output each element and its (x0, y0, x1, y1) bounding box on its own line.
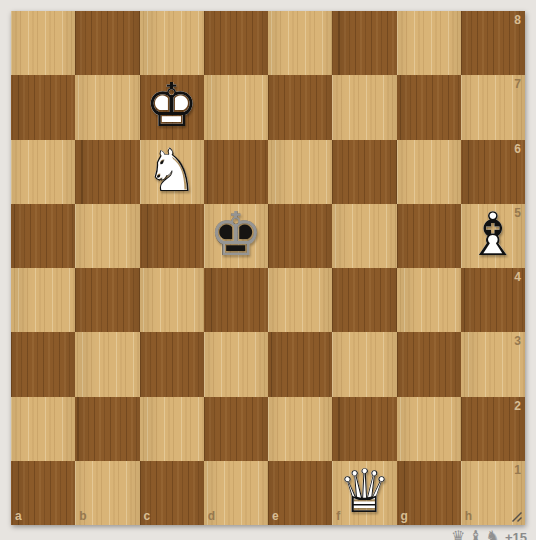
square-g1[interactable]: g (397, 461, 461, 525)
square-f7[interactable] (332, 75, 396, 139)
material-advantage-label: +15 (505, 529, 527, 540)
file-label-c: c (144, 510, 151, 522)
white-king-piece[interactable]: ♚♔ (140, 75, 204, 139)
square-c6[interactable]: ♞♘ (140, 140, 204, 204)
square-h5[interactable]: 5♝♗ (461, 204, 525, 268)
square-f8[interactable] (332, 11, 396, 75)
board-resize-handle-icon[interactable] (511, 511, 523, 523)
square-e6[interactable] (268, 140, 332, 204)
square-b2[interactable] (75, 397, 139, 461)
captured-queen-icon: ♛ (451, 529, 465, 540)
square-a7[interactable] (11, 75, 75, 139)
square-e1[interactable]: e (268, 461, 332, 525)
square-d3[interactable] (204, 332, 268, 396)
file-label-a: a (15, 510, 22, 522)
square-a1[interactable]: a (11, 461, 75, 525)
square-h6[interactable]: 6 (461, 140, 525, 204)
rank-label-3: 3 (514, 335, 521, 347)
captured-bishop-icon: ♝ (468, 529, 482, 540)
square-c4[interactable] (140, 268, 204, 332)
square-g8[interactable] (397, 11, 461, 75)
square-d4[interactable] (204, 268, 268, 332)
square-f3[interactable] (332, 332, 396, 396)
square-g4[interactable] (397, 268, 461, 332)
square-a2[interactable] (11, 397, 75, 461)
file-label-g: g (401, 510, 408, 522)
square-c8[interactable] (140, 11, 204, 75)
square-h4[interactable]: 4 (461, 268, 525, 332)
square-c5[interactable] (140, 204, 204, 268)
rank-label-1: 1 (514, 464, 521, 476)
square-e2[interactable] (268, 397, 332, 461)
square-b5[interactable] (75, 204, 139, 268)
square-h2[interactable]: 2 (461, 397, 525, 461)
file-label-e: e (272, 510, 279, 522)
page: 8♚♔7♞♘6♚♔5♝♗432abcdef♛♕gh1 ♛♝♞+15 (0, 0, 536, 540)
file-label-h: h (465, 510, 472, 522)
square-e3[interactable] (268, 332, 332, 396)
square-h8[interactable]: 8 (461, 11, 525, 75)
square-e5[interactable] (268, 204, 332, 268)
square-b3[interactable] (75, 332, 139, 396)
square-g5[interactable] (397, 204, 461, 268)
square-e4[interactable] (268, 268, 332, 332)
square-d2[interactable] (204, 397, 268, 461)
square-h7[interactable]: 7 (461, 75, 525, 139)
square-a4[interactable] (11, 268, 75, 332)
captured-knight-icon: ♞ (486, 529, 500, 540)
square-c2[interactable] (140, 397, 204, 461)
square-g6[interactable] (397, 140, 461, 204)
square-b7[interactable] (75, 75, 139, 139)
rank-label-7: 7 (514, 78, 521, 90)
rank-label-6: 6 (514, 143, 521, 155)
square-f1[interactable]: f♛♕ (332, 461, 396, 525)
square-f4[interactable] (332, 268, 396, 332)
square-c3[interactable] (140, 332, 204, 396)
square-b1[interactable]: b (75, 461, 139, 525)
rank-label-8: 8 (514, 14, 521, 26)
rank-label-2: 2 (514, 400, 521, 412)
square-f5[interactable] (332, 204, 396, 268)
black-king-piece[interactable]: ♚♔ (204, 204, 268, 268)
white-bishop-detail-lines: ♗ (461, 204, 525, 264)
square-d1[interactable]: d (204, 461, 268, 525)
white-knight-piece[interactable]: ♞♘ (140, 140, 204, 204)
chess-board[interactable]: 8♚♔7♞♘6♚♔5♝♗432abcdef♛♕gh1 (11, 11, 525, 525)
white-king-detail-lines: ♔ (140, 76, 204, 136)
square-h1[interactable]: h1 (461, 461, 525, 525)
file-label-b: b (79, 510, 86, 522)
white-queen-piece[interactable]: ♛♕ (332, 461, 396, 525)
square-f2[interactable] (332, 397, 396, 461)
square-h3[interactable]: 3 (461, 332, 525, 396)
square-c7[interactable]: ♚♔ (140, 75, 204, 139)
material-bar: ♛♝♞+15 (451, 529, 527, 540)
square-b6[interactable] (75, 140, 139, 204)
square-d8[interactable] (204, 11, 268, 75)
square-e7[interactable] (268, 75, 332, 139)
square-f6[interactable] (332, 140, 396, 204)
square-g7[interactable] (397, 75, 461, 139)
square-g2[interactable] (397, 397, 461, 461)
square-c1[interactable]: c (140, 461, 204, 525)
black-king-detail-lines: ♔ (204, 204, 268, 264)
square-a8[interactable] (11, 11, 75, 75)
square-g3[interactable] (397, 332, 461, 396)
file-label-d: d (208, 510, 215, 522)
white-bishop-piece[interactable]: ♝♗ (461, 204, 525, 268)
white-knight-detail-lines: ♘ (140, 140, 204, 200)
square-e8[interactable] (268, 11, 332, 75)
square-b8[interactable] (75, 11, 139, 75)
white-queen-detail-lines: ♕ (332, 461, 396, 521)
rank-label-4: 4 (514, 271, 521, 283)
square-d5[interactable]: ♚♔ (204, 204, 268, 268)
square-b4[interactable] (75, 268, 139, 332)
square-a6[interactable] (11, 140, 75, 204)
square-a3[interactable] (11, 332, 75, 396)
square-d7[interactable] (204, 75, 268, 139)
square-d6[interactable] (204, 140, 268, 204)
square-a5[interactable] (11, 204, 75, 268)
